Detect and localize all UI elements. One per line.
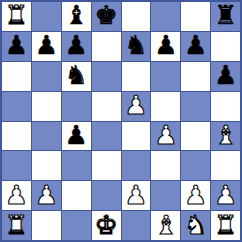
square-f8[interactable]	[151, 2, 180, 31]
square-f6[interactable]	[151, 62, 180, 91]
black-pawn[interactable]: ♟	[214, 62, 237, 88]
square-g3[interactable]	[181, 151, 210, 180]
square-a3[interactable]	[2, 151, 31, 180]
square-b7[interactable]: ♟	[32, 32, 61, 61]
square-h3[interactable]	[211, 151, 240, 180]
square-c1[interactable]	[62, 211, 91, 240]
square-d4[interactable]	[92, 122, 121, 151]
square-a6[interactable]	[2, 62, 31, 91]
square-a4[interactable]	[2, 122, 31, 151]
square-e2[interactable]: ♟	[122, 181, 151, 210]
chess-board-container: ♜♝♚♜♟♟♟♞♟♟♞♟♟♟♟♝♟♟♟♟♟♜♚♝♞♜	[0, 0, 242, 242]
square-e8[interactable]	[122, 2, 151, 31]
square-a1[interactable]: ♜	[2, 211, 31, 240]
square-c2[interactable]	[62, 181, 91, 210]
square-b3[interactable]	[32, 151, 61, 180]
square-d7[interactable]	[92, 32, 121, 61]
square-f4[interactable]: ♟	[151, 122, 180, 151]
square-a8[interactable]: ♜	[2, 2, 31, 31]
black-knight[interactable]: ♞	[65, 62, 88, 88]
white-pawn[interactable]: ♟	[35, 182, 58, 208]
square-e1[interactable]	[122, 211, 151, 240]
black-pawn[interactable]: ♟	[35, 32, 58, 58]
black-rook[interactable]: ♜	[214, 2, 237, 28]
square-g6[interactable]	[181, 62, 210, 91]
square-d8[interactable]: ♚	[92, 2, 121, 31]
black-bishop[interactable]: ♝	[65, 2, 88, 28]
white-bishop[interactable]: ♝	[154, 212, 177, 238]
square-c7[interactable]: ♟	[62, 32, 91, 61]
square-d6[interactable]	[92, 62, 121, 91]
square-f2[interactable]	[151, 181, 180, 210]
square-e7[interactable]: ♞	[122, 32, 151, 61]
square-b5[interactable]	[32, 92, 61, 121]
square-b6[interactable]	[32, 62, 61, 91]
square-c5[interactable]	[62, 92, 91, 121]
white-pawn[interactable]: ♟	[124, 92, 147, 118]
square-f7[interactable]: ♟	[151, 32, 180, 61]
black-pawn[interactable]: ♟	[184, 32, 207, 58]
square-g1[interactable]: ♞	[181, 211, 210, 240]
square-d3[interactable]	[92, 151, 121, 180]
square-d5[interactable]	[92, 92, 121, 121]
white-king[interactable]: ♚	[94, 212, 117, 238]
square-h2[interactable]: ♟	[211, 181, 240, 210]
white-bishop[interactable]: ♝	[214, 122, 237, 148]
square-c6[interactable]: ♞	[62, 62, 91, 91]
square-h1[interactable]: ♜	[211, 211, 240, 240]
square-h7[interactable]	[211, 32, 240, 61]
white-pawn[interactable]: ♟	[214, 182, 237, 208]
square-e4[interactable]	[122, 122, 151, 151]
square-b8[interactable]	[32, 2, 61, 31]
black-king[interactable]: ♚	[94, 2, 117, 28]
chess-board: ♜♝♚♜♟♟♟♞♟♟♞♟♟♟♟♝♟♟♟♟♟♜♚♝♞♜	[0, 0, 242, 242]
square-f3[interactable]	[151, 151, 180, 180]
square-c8[interactable]: ♝	[62, 2, 91, 31]
square-e5[interactable]: ♟	[122, 92, 151, 121]
square-b2[interactable]: ♟	[32, 181, 61, 210]
square-h8[interactable]: ♜	[211, 2, 240, 31]
square-a5[interactable]	[2, 92, 31, 121]
white-pawn[interactable]: ♟	[184, 182, 207, 208]
square-b4[interactable]	[32, 122, 61, 151]
white-rook[interactable]: ♜	[5, 212, 28, 238]
white-rook[interactable]: ♜	[5, 2, 28, 28]
square-d2[interactable]	[92, 181, 121, 210]
black-pawn[interactable]: ♟	[154, 32, 177, 58]
white-pawn[interactable]: ♟	[124, 182, 147, 208]
square-g7[interactable]: ♟	[181, 32, 210, 61]
black-knight[interactable]: ♞	[124, 32, 147, 58]
white-knight[interactable]: ♞	[184, 212, 207, 238]
square-a2[interactable]: ♟	[2, 181, 31, 210]
square-c3[interactable]	[62, 151, 91, 180]
square-c4[interactable]: ♟	[62, 122, 91, 151]
square-g2[interactable]: ♟	[181, 181, 210, 210]
square-h4[interactable]: ♝	[211, 122, 240, 151]
black-pawn[interactable]: ♟	[65, 122, 88, 148]
square-h5[interactable]	[211, 92, 240, 121]
white-pawn[interactable]: ♟	[154, 122, 177, 148]
square-a7[interactable]: ♟	[2, 32, 31, 61]
square-e3[interactable]	[122, 151, 151, 180]
white-pawn[interactable]: ♟	[5, 182, 28, 208]
square-h6[interactable]: ♟	[211, 62, 240, 91]
square-e6[interactable]	[122, 62, 151, 91]
square-f1[interactable]: ♝	[151, 211, 180, 240]
square-d1[interactable]: ♚	[92, 211, 121, 240]
black-pawn[interactable]: ♟	[65, 32, 88, 58]
white-rook[interactable]: ♜	[214, 212, 237, 238]
square-g4[interactable]	[181, 122, 210, 151]
black-pawn[interactable]: ♟	[5, 32, 28, 58]
square-g5[interactable]	[181, 92, 210, 121]
square-f5[interactable]	[151, 92, 180, 121]
square-b1[interactable]	[32, 211, 61, 240]
square-g8[interactable]	[181, 2, 210, 31]
